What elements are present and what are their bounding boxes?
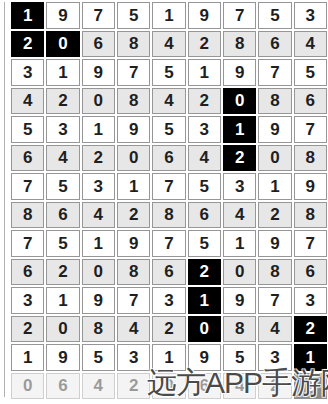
- grid-cell-r6c2[interactable]: 4: [46, 145, 79, 172]
- grid-cell-r3c5[interactable]: 5: [152, 59, 185, 86]
- grid-cell-r1c3[interactable]: 7: [82, 2, 115, 29]
- grid-cell-r9c9[interactable]: 7: [294, 230, 327, 257]
- grid-cell-r2c6[interactable]: 2: [188, 31, 221, 58]
- grid-cell-r4c9[interactable]: 6: [294, 88, 327, 115]
- grid-cell-r5c5[interactable]: 5: [152, 116, 185, 143]
- grid-cell-r11c8[interactable]: 7: [258, 287, 291, 314]
- grid-cell-r7c6[interactable]: 5: [188, 173, 221, 200]
- watermark-text: 远方APP手游网: [147, 368, 328, 398]
- grid-cell-r14c1[interactable]: 0: [11, 373, 44, 400]
- grid-cell-r6c9[interactable]: 8: [294, 145, 327, 172]
- number-grid-board: 1975197532068428643197519754208420865319…: [11, 2, 327, 399]
- grid-cell-r1c8[interactable]: 5: [258, 2, 291, 29]
- grid-cell-r10c9[interactable]: 6: [294, 259, 327, 286]
- grid-cell-r7c8[interactable]: 1: [258, 173, 291, 200]
- grid-cell-r4c4[interactable]: 8: [117, 88, 150, 115]
- grid-cell-r9c2[interactable]: 5: [46, 230, 79, 257]
- grid-cell-r9c1[interactable]: 7: [11, 230, 44, 257]
- grid-cell-r11c6[interactable]: 1: [188, 287, 221, 314]
- grid-cell-r8c3[interactable]: 4: [82, 202, 115, 229]
- grid-cell-r13c3[interactable]: 5: [82, 344, 115, 371]
- grid-cell-r1c4[interactable]: 5: [117, 2, 150, 29]
- grid-cell-r5c3[interactable]: 1: [82, 116, 115, 143]
- grid-cell-r13c4[interactable]: 3: [117, 344, 150, 371]
- grid-cell-r12c5[interactable]: 2: [152, 316, 185, 343]
- cropped-column-edge-line: [4, 2, 5, 397]
- grid-cell-r6c1[interactable]: 6: [11, 145, 44, 172]
- grid-cell-r9c4[interactable]: 9: [117, 230, 150, 257]
- grid-cell-r5c9[interactable]: 7: [294, 116, 327, 143]
- grid-cell-r8c2[interactable]: 6: [46, 202, 79, 229]
- grid-cell-r2c2[interactable]: 0: [46, 31, 79, 58]
- grid-cell-r9c5[interactable]: 7: [152, 230, 185, 257]
- grid-cell-r10c2[interactable]: 2: [46, 259, 79, 286]
- grid-cell-r8c8[interactable]: 2: [258, 202, 291, 229]
- grid-cell-r11c2[interactable]: 1: [46, 287, 79, 314]
- grid-cell-r8c9[interactable]: 8: [294, 202, 327, 229]
- grid-cell-r5c1[interactable]: 5: [11, 116, 44, 143]
- grid-cell-r6c3[interactable]: 2: [82, 145, 115, 172]
- grid-cell-r12c8[interactable]: 4: [258, 316, 291, 343]
- grid-cell-r6c6[interactable]: 4: [188, 145, 221, 172]
- grid-cell-r8c6[interactable]: 6: [188, 202, 221, 229]
- grid-cell-r1c9[interactable]: 3: [294, 2, 327, 29]
- grid-cell-r5c4[interactable]: 9: [117, 116, 150, 143]
- grid-cell-r11c4[interactable]: 7: [117, 287, 150, 314]
- grid-cell-r5c7[interactable]: 1: [223, 116, 256, 143]
- grid-cell-r14c2[interactable]: 6: [46, 373, 79, 400]
- grid-cell-r11c9[interactable]: 3: [294, 287, 327, 314]
- grid-cell-r6c8[interactable]: 0: [258, 145, 291, 172]
- grid-cell-r8c4[interactable]: 2: [117, 202, 150, 229]
- grid-cell-r1c2[interactable]: 9: [46, 2, 79, 29]
- grid-cell-r10c8[interactable]: 8: [258, 259, 291, 286]
- grid-cell-r5c6[interactable]: 3: [188, 116, 221, 143]
- grid-cell-r11c1[interactable]: 3: [11, 287, 44, 314]
- screenshot-stage: 1975197532068428643197519754208420865319…: [0, 0, 328, 404]
- grid-cell-r9c8[interactable]: 9: [258, 230, 291, 257]
- grid-cell-r12c1[interactable]: 2: [11, 316, 44, 343]
- grid-cell-r2c9[interactable]: 4: [294, 31, 327, 58]
- grid-cell-r13c2[interactable]: 9: [46, 344, 79, 371]
- grid-cell-r12c4[interactable]: 4: [117, 316, 150, 343]
- grid-cell-r1c6[interactable]: 9: [188, 2, 221, 29]
- grid-cell-r12c9[interactable]: 2: [294, 316, 327, 343]
- grid-cell-r2c5[interactable]: 4: [152, 31, 185, 58]
- grid-cell-r2c8[interactable]: 6: [258, 31, 291, 58]
- grid-cell-r4c1[interactable]: 4: [11, 88, 44, 115]
- grid-cell-r11c7[interactable]: 9: [223, 287, 256, 314]
- grid-cell-r8c5[interactable]: 8: [152, 202, 185, 229]
- grid-cell-r2c3[interactable]: 6: [82, 31, 115, 58]
- grid-cell-r12c2[interactable]: 0: [46, 316, 79, 343]
- grid-cell-r6c7[interactable]: 2: [223, 145, 256, 172]
- grid-cell-r13c1[interactable]: 1: [11, 344, 44, 371]
- grid-cell-r9c3[interactable]: 1: [82, 230, 115, 257]
- grid-cell-r4c7[interactable]: 0: [223, 88, 256, 115]
- grid-cell-r1c5[interactable]: 1: [152, 2, 185, 29]
- grid-cell-r10c4[interactable]: 8: [117, 259, 150, 286]
- grid-cell-r4c8[interactable]: 8: [258, 88, 291, 115]
- grid-cell-r8c1[interactable]: 8: [11, 202, 44, 229]
- grid-cell-r9c7[interactable]: 1: [223, 230, 256, 257]
- grid-cell-r5c8[interactable]: 9: [258, 116, 291, 143]
- grid-cell-r7c7[interactable]: 3: [223, 173, 256, 200]
- grid-cell-r11c5[interactable]: 3: [152, 287, 185, 314]
- grid-cell-r10c3[interactable]: 0: [82, 259, 115, 286]
- grid-cell-r4c2[interactable]: 2: [46, 88, 79, 115]
- grid-cell-r3c3[interactable]: 9: [82, 59, 115, 86]
- grid-cell-r12c6[interactable]: 0: [188, 316, 221, 343]
- grid-cell-r7c4[interactable]: 1: [117, 173, 150, 200]
- grid-cell-r6c4[interactable]: 0: [117, 145, 150, 172]
- grid-cell-r3c6[interactable]: 1: [188, 59, 221, 86]
- grid-cell-r2c4[interactable]: 8: [117, 31, 150, 58]
- grid-cell-r10c6[interactable]: 2: [188, 259, 221, 286]
- grid-cell-r1c1[interactable]: 1: [11, 2, 44, 29]
- grid-cell-r4c3[interactable]: 0: [82, 88, 115, 115]
- grid-cell-r6c5[interactable]: 6: [152, 145, 185, 172]
- grid-cell-r7c2[interactable]: 5: [46, 173, 79, 200]
- grid-cell-r3c2[interactable]: 1: [46, 59, 79, 86]
- grid-cell-r12c3[interactable]: 8: [82, 316, 115, 343]
- grid-cell-r3c8[interactable]: 7: [258, 59, 291, 86]
- grid-cell-r9c6[interactable]: 5: [188, 230, 221, 257]
- grid-cell-r11c3[interactable]: 9: [82, 287, 115, 314]
- grid-cell-r3c4[interactable]: 7: [117, 59, 150, 86]
- grid-cell-r7c5[interactable]: 7: [152, 173, 185, 200]
- grid-cell-r3c9[interactable]: 5: [294, 59, 327, 86]
- grid-cell-r4c5[interactable]: 4: [152, 88, 185, 115]
- grid-cell-r5c2[interactable]: 3: [46, 116, 79, 143]
- grid-cell-r7c1[interactable]: 7: [11, 173, 44, 200]
- grid-cell-r3c1[interactable]: 3: [11, 59, 44, 86]
- grid-cell-r2c7[interactable]: 8: [223, 31, 256, 58]
- grid-cell-r7c3[interactable]: 3: [82, 173, 115, 200]
- grid-cell-r2c1[interactable]: 2: [11, 31, 44, 58]
- grid-cell-r14c4[interactable]: 2: [117, 373, 150, 400]
- grid-cell-r10c7[interactable]: 0: [223, 259, 256, 286]
- grid-cell-r3c7[interactable]: 9: [223, 59, 256, 86]
- grid-cell-r1c7[interactable]: 7: [223, 2, 256, 29]
- grid-cell-r4c6[interactable]: 2: [188, 88, 221, 115]
- grid-cell-r12c7[interactable]: 8: [223, 316, 256, 343]
- grid-cell-r8c7[interactable]: 4: [223, 202, 256, 229]
- grid-cell-r10c5[interactable]: 6: [152, 259, 185, 286]
- grid-cell-r14c3[interactable]: 4: [82, 373, 115, 400]
- grid-cell-r10c1[interactable]: 6: [11, 259, 44, 286]
- grid-cell-r7c9[interactable]: 9: [294, 173, 327, 200]
